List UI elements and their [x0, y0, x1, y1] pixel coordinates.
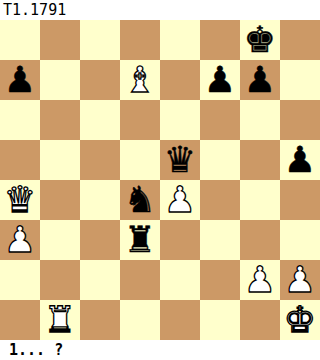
- white-bishop-d7: ♝: [124, 60, 156, 100]
- square-a8[interactable]: [0, 20, 40, 60]
- puzzle-title: T1.1791: [0, 0, 320, 20]
- square-g1[interactable]: [240, 300, 280, 340]
- square-b5[interactable]: [40, 140, 80, 180]
- square-g4[interactable]: [240, 180, 280, 220]
- square-b1[interactable]: ♜: [40, 300, 80, 340]
- square-e8[interactable]: [160, 20, 200, 60]
- square-b2[interactable]: [40, 260, 80, 300]
- black-knight-d4: ♞: [124, 180, 156, 220]
- square-d4[interactable]: ♞: [120, 180, 160, 220]
- square-f6[interactable]: [200, 100, 240, 140]
- square-f1[interactable]: [200, 300, 240, 340]
- square-c6[interactable]: [80, 100, 120, 140]
- square-c2[interactable]: [80, 260, 120, 300]
- white-pawn-e4: ♟: [164, 180, 196, 220]
- square-a5[interactable]: [0, 140, 40, 180]
- white-king-h1: ♚: [284, 300, 316, 340]
- square-h3[interactable]: [280, 220, 320, 260]
- white-pawn-a3: ♟: [4, 220, 36, 260]
- square-e6[interactable]: [160, 100, 200, 140]
- square-c4[interactable]: [80, 180, 120, 220]
- move-prompt: 1... ?: [0, 340, 320, 360]
- square-d6[interactable]: [120, 100, 160, 140]
- square-h6[interactable]: [280, 100, 320, 140]
- square-b3[interactable]: [40, 220, 80, 260]
- square-a6[interactable]: [0, 100, 40, 140]
- black-queen-e5: ♛: [164, 140, 196, 180]
- square-d7[interactable]: ♝: [120, 60, 160, 100]
- square-f7[interactable]: ♟: [200, 60, 240, 100]
- square-e1[interactable]: [160, 300, 200, 340]
- square-f8[interactable]: [200, 20, 240, 60]
- square-d1[interactable]: [120, 300, 160, 340]
- square-d5[interactable]: [120, 140, 160, 180]
- square-a4[interactable]: ♛: [0, 180, 40, 220]
- square-e4[interactable]: ♟: [160, 180, 200, 220]
- black-rook-d3: ♜: [124, 220, 156, 260]
- black-pawn-h5: ♟: [284, 140, 316, 180]
- square-e7[interactable]: [160, 60, 200, 100]
- square-c8[interactable]: [80, 20, 120, 60]
- square-h7[interactable]: [280, 60, 320, 100]
- white-pawn-g2: ♟: [244, 260, 276, 300]
- white-rook-b1: ♜: [44, 300, 76, 340]
- white-pawn-h2: ♟: [284, 260, 316, 300]
- square-g8[interactable]: ♚: [240, 20, 280, 60]
- square-b6[interactable]: [40, 100, 80, 140]
- square-h4[interactable]: [280, 180, 320, 220]
- square-g3[interactable]: [240, 220, 280, 260]
- black-pawn-g7: ♟: [244, 60, 276, 100]
- square-d2[interactable]: [120, 260, 160, 300]
- square-g5[interactable]: [240, 140, 280, 180]
- square-e5[interactable]: ♛: [160, 140, 200, 180]
- chess-puzzle-page: T1.1791 ♚♟♝♟♟♛♟♛♞♟♟♜♟♟♜♚ 1... ?: [0, 0, 320, 360]
- square-h2[interactable]: ♟: [280, 260, 320, 300]
- square-c1[interactable]: [80, 300, 120, 340]
- square-c7[interactable]: [80, 60, 120, 100]
- square-a7[interactable]: ♟: [0, 60, 40, 100]
- black-pawn-f7: ♟: [204, 60, 236, 100]
- square-g2[interactable]: ♟: [240, 260, 280, 300]
- square-g6[interactable]: [240, 100, 280, 140]
- square-f3[interactable]: [200, 220, 240, 260]
- square-a2[interactable]: [0, 260, 40, 300]
- square-h1[interactable]: ♚: [280, 300, 320, 340]
- black-pawn-a7: ♟: [4, 60, 36, 100]
- square-b4[interactable]: [40, 180, 80, 220]
- square-c5[interactable]: [80, 140, 120, 180]
- square-a1[interactable]: [0, 300, 40, 340]
- square-f2[interactable]: [200, 260, 240, 300]
- square-d8[interactable]: [120, 20, 160, 60]
- square-b7[interactable]: [40, 60, 80, 100]
- square-g7[interactable]: ♟: [240, 60, 280, 100]
- square-h8[interactable]: [280, 20, 320, 60]
- square-f5[interactable]: [200, 140, 240, 180]
- chess-board: ♚♟♝♟♟♛♟♛♞♟♟♜♟♟♜♚: [0, 20, 320, 340]
- square-e3[interactable]: [160, 220, 200, 260]
- square-b8[interactable]: [40, 20, 80, 60]
- square-a3[interactable]: ♟: [0, 220, 40, 260]
- square-e2[interactable]: [160, 260, 200, 300]
- white-queen-a4: ♛: [4, 180, 36, 220]
- square-h5[interactable]: ♟: [280, 140, 320, 180]
- square-d3[interactable]: ♜: [120, 220, 160, 260]
- black-king-g8: ♚: [244, 20, 276, 60]
- square-f4[interactable]: [200, 180, 240, 220]
- square-c3[interactable]: [80, 220, 120, 260]
